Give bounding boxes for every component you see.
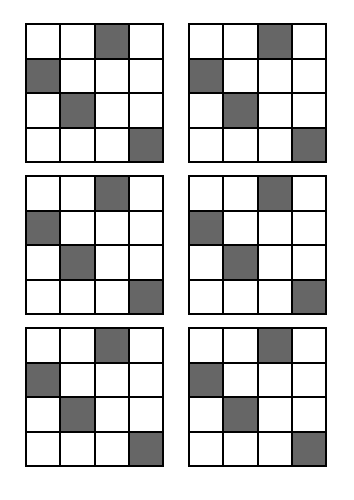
board4-cell-r0c0-empty: [190, 177, 222, 210]
board3-cell-r3c0-empty: [27, 281, 59, 314]
board2-cell-r1c2-empty: [259, 60, 291, 93]
board3-cell-r0c1-empty: [61, 177, 93, 210]
board3-cell-r3c1-empty: [61, 281, 93, 314]
board2-cell-r0c1-empty: [224, 25, 256, 58]
board4-cell-r1c1-empty: [224, 212, 256, 245]
board6-cell-r1c1-empty: [224, 364, 256, 397]
board5-cell-r0c1-empty: [61, 329, 93, 362]
board3-cell-r1c1-empty: [61, 212, 93, 245]
board5-cell-r1c0-shaded: [27, 364, 59, 397]
board2-cell-r2c2-empty: [259, 94, 291, 127]
board2-cell-r3c1-empty: [224, 129, 256, 162]
board6-cell-r0c3-empty: [293, 329, 325, 362]
board5-cell-r3c2-empty: [96, 433, 128, 466]
board4-cell-r1c0-shaded: [190, 212, 222, 245]
board1-cell-r1c2-empty: [96, 60, 128, 93]
board4-cell-r0c1-empty: [224, 177, 256, 210]
board2-cell-r0c2-shaded: [259, 25, 291, 58]
grid-board-5: [25, 327, 164, 467]
board4-cell-r0c2-shaded: [259, 177, 291, 210]
board3-cell-r2c1-shaded: [61, 246, 93, 279]
board1-cell-r2c3-empty: [130, 94, 162, 127]
grid-board-3: [25, 175, 164, 315]
board2-cell-r3c3-shaded: [293, 129, 325, 162]
board6-cell-r1c2-empty: [259, 364, 291, 397]
board6-cell-r2c2-empty: [259, 398, 291, 431]
board6-cell-r2c1-shaded: [224, 398, 256, 431]
worksheet-page: [0, 0, 354, 500]
board6-cell-r3c1-empty: [224, 433, 256, 466]
board1-cell-r0c2-shaded: [96, 25, 128, 58]
board6-cell-r0c1-empty: [224, 329, 256, 362]
board4-cell-r2c3-empty: [293, 246, 325, 279]
board4-cell-r3c0-empty: [190, 281, 222, 314]
board5-cell-r3c3-shaded: [130, 433, 162, 466]
board2-cell-r3c0-empty: [190, 129, 222, 162]
board6-cell-r0c2-shaded: [259, 329, 291, 362]
board3-cell-r1c2-empty: [96, 212, 128, 245]
board5-cell-r3c0-empty: [27, 433, 59, 466]
board1-cell-r0c0-empty: [27, 25, 59, 58]
board3-cell-r0c2-shaded: [96, 177, 128, 210]
board3-cell-r2c2-empty: [96, 246, 128, 279]
board2-cell-r3c2-empty: [259, 129, 291, 162]
board2-cell-r2c3-empty: [293, 94, 325, 127]
grid-board-4: [188, 175, 327, 315]
board2-cell-r1c3-empty: [293, 60, 325, 93]
board6-cell-r2c3-empty: [293, 398, 325, 431]
board4-cell-r1c3-empty: [293, 212, 325, 245]
board5-cell-r2c3-empty: [130, 398, 162, 431]
board1-cell-r1c0-shaded: [27, 60, 59, 93]
board5-cell-r1c1-empty: [61, 364, 93, 397]
board3-cell-r3c3-shaded: [130, 281, 162, 314]
board2-cell-r0c3-empty: [293, 25, 325, 58]
board5-cell-r2c0-empty: [27, 398, 59, 431]
board5-cell-r0c3-empty: [130, 329, 162, 362]
grid-board-6: [188, 327, 327, 467]
board1-cell-r3c3-shaded: [130, 129, 162, 162]
board5-cell-r2c1-shaded: [61, 398, 93, 431]
board3-cell-r1c3-empty: [130, 212, 162, 245]
board4-cell-r2c1-shaded: [224, 246, 256, 279]
board2-cell-r1c0-shaded: [190, 60, 222, 93]
board6-cell-r3c0-empty: [190, 433, 222, 466]
board5-cell-r1c3-empty: [130, 364, 162, 397]
board4-cell-r3c3-shaded: [293, 281, 325, 314]
board6-cell-r1c0-shaded: [190, 364, 222, 397]
board4-cell-r0c3-empty: [293, 177, 325, 210]
board6-cell-r3c3-shaded: [293, 433, 325, 466]
board1-cell-r1c3-empty: [130, 60, 162, 93]
board1-cell-r0c1-empty: [61, 25, 93, 58]
board1-cell-r3c2-empty: [96, 129, 128, 162]
board1-cell-r2c0-empty: [27, 94, 59, 127]
board3-cell-r1c0-shaded: [27, 212, 59, 245]
board1-cell-r2c2-empty: [96, 94, 128, 127]
board5-cell-r0c0-empty: [27, 329, 59, 362]
board2-cell-r1c1-empty: [224, 60, 256, 93]
boards-container: [25, 23, 327, 467]
board2-cell-r2c1-shaded: [224, 94, 256, 127]
board3-cell-r3c2-empty: [96, 281, 128, 314]
board5-cell-r1c2-empty: [96, 364, 128, 397]
grid-board-1: [25, 23, 164, 163]
board5-cell-r2c2-empty: [96, 398, 128, 431]
board3-cell-r0c3-empty: [130, 177, 162, 210]
board5-cell-r0c2-shaded: [96, 329, 128, 362]
board2-cell-r0c0-empty: [190, 25, 222, 58]
board5-cell-r3c1-empty: [61, 433, 93, 466]
grid-board-2: [188, 23, 327, 163]
board4-cell-r1c2-empty: [259, 212, 291, 245]
board4-cell-r2c2-empty: [259, 246, 291, 279]
board4-cell-r3c2-empty: [259, 281, 291, 314]
board1-cell-r3c1-empty: [61, 129, 93, 162]
board4-cell-r2c0-empty: [190, 246, 222, 279]
board3-cell-r0c0-empty: [27, 177, 59, 210]
board1-cell-r0c3-empty: [130, 25, 162, 58]
board1-cell-r1c1-empty: [61, 60, 93, 93]
board3-cell-r2c3-empty: [130, 246, 162, 279]
board4-cell-r3c1-empty: [224, 281, 256, 314]
board6-cell-r2c0-empty: [190, 398, 222, 431]
board6-cell-r3c2-empty: [259, 433, 291, 466]
board6-cell-r0c0-empty: [190, 329, 222, 362]
board1-cell-r3c0-empty: [27, 129, 59, 162]
board2-cell-r2c0-empty: [190, 94, 222, 127]
board3-cell-r2c0-empty: [27, 246, 59, 279]
board6-cell-r1c3-empty: [293, 364, 325, 397]
board1-cell-r2c1-shaded: [61, 94, 93, 127]
